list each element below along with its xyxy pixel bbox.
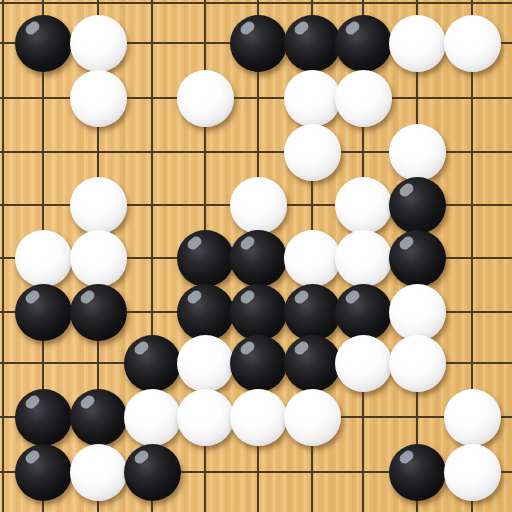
black-stone[interactable]	[284, 15, 341, 72]
white-stone[interactable]	[70, 177, 127, 234]
white-stone[interactable]	[335, 70, 392, 127]
black-stone[interactable]	[284, 284, 341, 341]
black-stone[interactable]	[15, 389, 72, 446]
white-stone[interactable]	[177, 335, 234, 392]
white-stone[interactable]	[389, 335, 446, 392]
black-stone[interactable]	[335, 15, 392, 72]
white-stone[interactable]	[70, 230, 127, 287]
white-stone[interactable]	[124, 389, 181, 446]
white-stone[interactable]	[444, 444, 501, 501]
white-stone[interactable]	[70, 70, 127, 127]
white-stone[interactable]	[177, 70, 234, 127]
black-stone[interactable]	[230, 284, 287, 341]
white-stone[interactable]	[335, 230, 392, 287]
white-stone[interactable]	[284, 70, 341, 127]
white-stone[interactable]	[284, 389, 341, 446]
black-stone[interactable]	[70, 389, 127, 446]
white-stone[interactable]	[70, 15, 127, 72]
black-stone[interactable]	[284, 335, 341, 392]
black-stone[interactable]	[15, 15, 72, 72]
white-stone[interactable]	[230, 389, 287, 446]
white-stone[interactable]	[389, 124, 446, 181]
white-stone[interactable]	[444, 389, 501, 446]
black-stone[interactable]	[389, 230, 446, 287]
white-stone[interactable]	[284, 124, 341, 181]
white-stone[interactable]	[70, 444, 127, 501]
black-stone[interactable]	[177, 230, 234, 287]
black-stone[interactable]	[15, 284, 72, 341]
black-stone[interactable]	[230, 15, 287, 72]
black-stone[interactable]	[389, 177, 446, 234]
black-stone[interactable]	[124, 335, 181, 392]
black-stone[interactable]	[124, 444, 181, 501]
black-stone[interactable]	[15, 444, 72, 501]
black-stone[interactable]	[230, 335, 287, 392]
white-stone[interactable]	[177, 389, 234, 446]
black-stone[interactable]	[230, 230, 287, 287]
black-stone[interactable]	[389, 444, 446, 501]
go-board[interactable]	[0, 0, 512, 512]
white-stone[interactable]	[389, 284, 446, 341]
white-stone[interactable]	[335, 177, 392, 234]
black-stone[interactable]	[177, 284, 234, 341]
black-stone[interactable]	[335, 284, 392, 341]
white-stone[interactable]	[335, 335, 392, 392]
white-stone[interactable]	[284, 230, 341, 287]
grid-line-vertical	[2, 0, 4, 512]
black-stone[interactable]	[70, 284, 127, 341]
white-stone[interactable]	[444, 15, 501, 72]
grid-line-horizontal	[0, 2, 512, 4]
white-stone[interactable]	[230, 177, 287, 234]
white-stone[interactable]	[389, 15, 446, 72]
white-stone[interactable]	[15, 230, 72, 287]
